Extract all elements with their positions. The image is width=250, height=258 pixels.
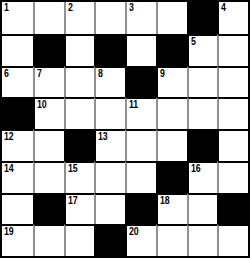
black-cell-r2c2 — [33, 34, 64, 66]
cell-r1c2[interactable] — [33, 2, 64, 34]
cell-r6c7[interactable]: 16 — [187, 161, 218, 193]
cell-r1c8[interactable]: 4 — [217, 2, 248, 34]
black-cell-r5c7 — [187, 129, 218, 161]
cell-r1c5[interactable]: 3 — [125, 2, 156, 34]
cell-r8c2[interactable] — [33, 224, 64, 256]
cell-r7c3[interactable]: 17 — [64, 193, 95, 225]
cell-r3c2[interactable]: 7 — [33, 66, 64, 98]
black-cell-r8c4 — [94, 224, 125, 256]
black-cell-r2c6 — [156, 34, 187, 66]
cell-r7c1[interactable] — [2, 193, 33, 225]
clue-number: 16 — [191, 164, 200, 174]
cell-r2c7[interactable]: 5 — [187, 34, 218, 66]
cell-r4c6[interactable] — [156, 97, 187, 129]
clue-number: 6 — [4, 69, 9, 79]
cell-r6c4[interactable] — [94, 161, 125, 193]
cell-r7c7[interactable] — [187, 193, 218, 225]
black-cell-r5c3 — [64, 129, 95, 161]
cell-r3c4[interactable]: 8 — [94, 66, 125, 98]
clue-number: 5 — [191, 37, 196, 47]
clue-number: 17 — [68, 196, 77, 206]
cell-r4c3[interactable] — [64, 97, 95, 129]
cell-r6c1[interactable]: 14 — [2, 161, 33, 193]
black-cell-r2c4 — [94, 34, 125, 66]
clue-number: 9 — [160, 69, 165, 79]
clue-number: 3 — [129, 3, 134, 13]
cell-r5c4[interactable]: 13 — [94, 129, 125, 161]
cell-r7c4[interactable] — [94, 193, 125, 225]
black-cell-r6c6 — [156, 161, 187, 193]
cell-r5c5[interactable] — [125, 129, 156, 161]
clue-number: 10 — [37, 100, 46, 110]
black-cell-r3c5 — [125, 66, 156, 98]
clue-number: 13 — [98, 132, 107, 142]
cell-r5c6[interactable] — [156, 129, 187, 161]
cell-r3c6[interactable]: 9 — [156, 66, 187, 98]
cell-r2c1[interactable] — [2, 34, 33, 66]
black-cell-r4c1 — [2, 97, 33, 129]
cell-r5c2[interactable] — [33, 129, 64, 161]
cell-r3c8[interactable] — [217, 66, 248, 98]
cell-r3c3[interactable] — [64, 66, 95, 98]
clue-number: 15 — [68, 164, 77, 174]
clue-number: 7 — [37, 69, 42, 79]
clue-number: 8 — [98, 69, 103, 79]
cell-r8c7[interactable] — [187, 224, 218, 256]
cell-r2c8[interactable] — [217, 34, 248, 66]
cell-r8c3[interactable] — [64, 224, 95, 256]
clue-number: 4 — [221, 3, 226, 13]
black-cell-r7c8 — [217, 193, 248, 225]
cell-r2c3[interactable] — [64, 34, 95, 66]
cell-r4c7[interactable] — [187, 97, 218, 129]
black-cell-r7c2 — [33, 193, 64, 225]
clue-number: 20 — [129, 227, 138, 237]
cell-r8c1[interactable]: 19 — [2, 224, 33, 256]
crossword-grid: 1234567891011121314151617181920 — [0, 0, 250, 258]
cell-r1c3[interactable]: 2 — [64, 2, 95, 34]
cell-r3c1[interactable]: 6 — [2, 66, 33, 98]
cell-r1c4[interactable] — [94, 2, 125, 34]
clue-number: 11 — [129, 100, 138, 110]
cell-r1c1[interactable]: 1 — [2, 2, 33, 34]
cell-r8c5[interactable]: 20 — [125, 224, 156, 256]
clue-number: 18 — [160, 196, 169, 206]
black-cell-r7c5 — [125, 193, 156, 225]
cell-r4c2[interactable]: 10 — [33, 97, 64, 129]
cell-r6c3[interactable]: 15 — [64, 161, 95, 193]
clue-number: 12 — [4, 132, 13, 142]
clue-number: 19 — [4, 227, 13, 237]
cell-r6c2[interactable] — [33, 161, 64, 193]
clue-number: 1 — [4, 3, 9, 13]
cell-r6c8[interactable] — [217, 161, 248, 193]
cell-r2c5[interactable] — [125, 34, 156, 66]
cell-r5c1[interactable]: 12 — [2, 129, 33, 161]
cell-r5c8[interactable] — [217, 129, 248, 161]
cell-r8c6[interactable] — [156, 224, 187, 256]
cell-r7c6[interactable]: 18 — [156, 193, 187, 225]
cell-r4c4[interactable] — [94, 97, 125, 129]
clue-number: 2 — [68, 3, 73, 13]
clue-number: 14 — [4, 164, 13, 174]
cell-r3c7[interactable] — [187, 66, 218, 98]
cell-r1c6[interactable] — [156, 2, 187, 34]
cell-r4c8[interactable] — [217, 97, 248, 129]
black-cell-r1c7 — [187, 2, 218, 34]
cell-r6c5[interactable] — [125, 161, 156, 193]
cell-r4c5[interactable]: 11 — [125, 97, 156, 129]
cell-r8c8[interactable] — [217, 224, 248, 256]
